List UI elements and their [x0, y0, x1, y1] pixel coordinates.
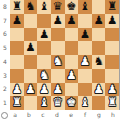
- white-queen[interactable]: ♛: [53, 97, 63, 109]
- black-rook[interactable]: ♜: [12, 1, 22, 13]
- square-g4[interactable]: ♞: [92, 55, 106, 69]
- square-d3[interactable]: [51, 69, 65, 83]
- square-h7[interactable]: ♟: [105, 14, 119, 28]
- file-label-c: c: [36, 110, 50, 120]
- square-a7[interactable]: ♟: [10, 14, 24, 28]
- square-d2[interactable]: ♟: [51, 83, 65, 97]
- square-b1[interactable]: [24, 96, 38, 110]
- file-labels: abcdefgh: [8, 110, 120, 120]
- square-g1[interactable]: [92, 96, 106, 110]
- square-a1[interactable]: ♜: [10, 96, 24, 110]
- square-e2[interactable]: [65, 83, 79, 97]
- square-c1[interactable]: ♝: [37, 96, 51, 110]
- square-b7[interactable]: [24, 14, 38, 28]
- square-h5[interactable]: [105, 41, 119, 55]
- square-c3[interactable]: ♞: [37, 69, 51, 83]
- black-knight[interactable]: ♞: [93, 56, 103, 68]
- square-g6[interactable]: [92, 28, 106, 42]
- square-h8[interactable]: ♜: [105, 0, 119, 14]
- square-f5[interactable]: [78, 41, 92, 55]
- white-pawn[interactable]: ♟: [25, 84, 35, 96]
- white-pawn[interactable]: ♟: [107, 84, 117, 96]
- square-f6[interactable]: ♟: [78, 28, 92, 42]
- black-king[interactable]: ♚: [66, 1, 76, 13]
- square-b3[interactable]: [24, 69, 38, 83]
- square-e3[interactable]: ♟: [65, 69, 79, 83]
- square-h1[interactable]: ♜: [105, 96, 119, 110]
- white-pawn[interactable]: ♟: [66, 70, 76, 82]
- file-label-a: a: [8, 110, 22, 120]
- white-bishop[interactable]: ♝: [39, 97, 49, 109]
- rank-label-6: 6: [0, 28, 10, 42]
- black-pawn[interactable]: ♟: [66, 15, 76, 27]
- file-label-d: d: [50, 110, 64, 120]
- rank-labels: 87654321: [0, 0, 10, 110]
- square-g8[interactable]: [92, 0, 106, 14]
- square-f8[interactable]: ♝: [78, 0, 92, 14]
- black-rook[interactable]: ♜: [107, 1, 117, 13]
- white-knight[interactable]: ♞: [53, 56, 63, 68]
- square-e4[interactable]: [65, 55, 79, 69]
- square-g2[interactable]: ♟: [92, 83, 106, 97]
- white-pawn[interactable]: ♟: [53, 84, 63, 96]
- square-a4[interactable]: [10, 55, 24, 69]
- square-h3[interactable]: [105, 69, 119, 83]
- square-e1[interactable]: ♚: [65, 96, 79, 110]
- white-pawn[interactable]: ♟: [12, 84, 22, 96]
- white-pawn[interactable]: ♟: [80, 56, 90, 68]
- square-a3[interactable]: [10, 69, 24, 83]
- file-label-g: g: [92, 110, 106, 120]
- white-rook[interactable]: ♜: [12, 97, 22, 109]
- square-c7[interactable]: [37, 14, 51, 28]
- square-b5[interactable]: ♟: [24, 41, 38, 55]
- square-g5[interactable]: [92, 41, 106, 55]
- black-pawn[interactable]: ♟: [93, 15, 103, 27]
- square-d5[interactable]: [51, 41, 65, 55]
- file-label-f: f: [78, 110, 92, 120]
- white-bishop[interactable]: ♝: [80, 97, 90, 109]
- rank-label-2: 2: [0, 83, 10, 97]
- black-pawn[interactable]: ♟: [80, 29, 90, 41]
- square-d4[interactable]: ♞: [51, 55, 65, 69]
- square-b6[interactable]: [24, 28, 38, 42]
- square-a6[interactable]: [10, 28, 24, 42]
- square-d7[interactable]: ♟: [51, 14, 65, 28]
- square-h4[interactable]: [105, 55, 119, 69]
- square-b4[interactable]: [24, 55, 38, 69]
- file-label-e: e: [64, 110, 78, 120]
- square-e7[interactable]: ♟: [65, 14, 79, 28]
- square-f2[interactable]: [78, 83, 92, 97]
- chess-board: ♜♞♝♛♚♝♜♟♟♟♟♟♟♟♟♞♟♞♞♟♟♟♟♟♟♟♜♝♛♚♝♜: [10, 0, 120, 110]
- square-e5[interactable]: [65, 41, 79, 55]
- square-f1[interactable]: ♝: [78, 96, 92, 110]
- white-knight[interactable]: ♞: [39, 70, 49, 82]
- black-pawn[interactable]: ♟: [39, 29, 49, 41]
- square-d8[interactable]: ♛: [51, 0, 65, 14]
- square-a8[interactable]: ♜: [10, 0, 24, 14]
- black-pawn[interactable]: ♟: [25, 42, 35, 54]
- square-c8[interactable]: ♝: [37, 0, 51, 14]
- rank-label-1: 1: [0, 96, 10, 110]
- black-bishop[interactable]: ♝: [39, 1, 49, 13]
- white-to-move-indicator: [1, 112, 8, 119]
- white-rook[interactable]: ♜: [107, 97, 117, 109]
- rank-label-4: 4: [0, 55, 10, 69]
- square-b2[interactable]: ♟: [24, 83, 38, 97]
- white-king[interactable]: ♚: [66, 97, 76, 109]
- white-pawn[interactable]: ♟: [93, 84, 103, 96]
- square-e6[interactable]: [65, 28, 79, 42]
- chess-diagram: 87654321 ♜♞♝♛♚♝♜♟♟♟♟♟♟♟♟♞♟♞♞♟♟♟♟♟♟♟♜♝♛♚♝…: [0, 0, 120, 120]
- black-pawn[interactable]: ♟: [12, 15, 22, 27]
- square-f3[interactable]: [78, 69, 92, 83]
- square-d6[interactable]: [51, 28, 65, 42]
- file-label-h: h: [106, 110, 120, 120]
- square-g7[interactable]: ♟: [92, 14, 106, 28]
- rank-label-3: 3: [0, 69, 10, 83]
- square-d1[interactable]: ♛: [51, 96, 65, 110]
- black-queen[interactable]: ♛: [53, 1, 63, 13]
- bottom-gutter: abcdefgh: [0, 110, 120, 120]
- square-c4[interactable]: [37, 55, 51, 69]
- square-b8[interactable]: ♞: [24, 0, 38, 14]
- black-pawn[interactable]: ♟: [107, 15, 117, 27]
- square-h2[interactable]: ♟: [105, 83, 119, 97]
- square-c5[interactable]: [37, 41, 51, 55]
- black-knight[interactable]: ♞: [25, 1, 35, 13]
- square-c6[interactable]: ♟: [37, 28, 51, 42]
- square-f4[interactable]: ♟: [78, 55, 92, 69]
- file-label-b: b: [22, 110, 36, 120]
- square-c2[interactable]: ♟: [37, 83, 51, 97]
- square-e8[interactable]: ♚: [65, 0, 79, 14]
- white-pawn[interactable]: ♟: [39, 84, 49, 96]
- black-bishop[interactable]: ♝: [80, 1, 90, 13]
- rank-label-8: 8: [0, 0, 10, 14]
- square-g3[interactable]: [92, 69, 106, 83]
- black-pawn[interactable]: ♟: [53, 15, 63, 27]
- rank-label-7: 7: [0, 14, 10, 28]
- rank-label-5: 5: [0, 41, 10, 55]
- square-h6[interactable]: [105, 28, 119, 42]
- square-a5[interactable]: [10, 41, 24, 55]
- square-f7[interactable]: [78, 14, 92, 28]
- square-a2[interactable]: ♟: [10, 83, 24, 97]
